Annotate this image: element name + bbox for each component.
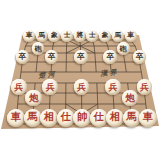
- piece-black-cannon: 砲: [32, 42, 45, 55]
- piece-red-soldier: 兵: [105, 79, 121, 95]
- piece-red-elephant: 相: [106, 109, 124, 127]
- piece-character: 炮: [29, 93, 38, 102]
- piece-character: 車: [26, 32, 33, 39]
- piece-character: 兵: [77, 83, 86, 92]
- piece-black-soldier: 卒: [133, 50, 147, 64]
- piece-black-elephant: 象: [99, 30, 111, 42]
- xiangqi-set-photo: 楚河 漢界 車馬象士將士象馬車砲砲卒卒卒卒卒兵兵兵兵兵炮炮車馬相仕帥仕相馬車: [0, 0, 160, 160]
- piece-character: 象: [102, 32, 109, 39]
- piece-character: 馬: [126, 112, 136, 122]
- piece-character: 車: [127, 32, 134, 39]
- piece-red-chariot: 車: [7, 109, 25, 127]
- piece-red-advisor: 仕: [57, 109, 75, 127]
- piece-red-horse: 馬: [123, 109, 141, 127]
- piece-character: 兵: [14, 83, 23, 92]
- piece-black-elephant: 象: [48, 30, 60, 42]
- piece-character: 砲: [120, 44, 127, 51]
- piece-character: 士: [89, 32, 96, 39]
- piece-character: 卒: [77, 53, 85, 61]
- piece-character: 炮: [125, 93, 134, 102]
- piece-character: 仕: [93, 112, 103, 122]
- piece-black-horse: 馬: [36, 30, 48, 42]
- river-label-right: 漢界: [100, 67, 120, 79]
- piece-character: 帥: [77, 112, 87, 122]
- piece-character: 象: [51, 32, 58, 39]
- piece-black-advisor: 士: [61, 30, 73, 42]
- piece-black-advisor: 士: [86, 30, 98, 42]
- piece-black-chariot: 車: [125, 30, 137, 42]
- piece-black-chariot: 車: [23, 30, 35, 42]
- piece-character: 相: [110, 112, 120, 122]
- piece-red-advisor: 仕: [90, 109, 108, 127]
- piece-black-soldier: 卒: [74, 50, 88, 64]
- piece-character: 車: [11, 112, 21, 122]
- piece-red-general: 帥: [73, 109, 91, 127]
- piece-red-elephant: 相: [40, 109, 58, 127]
- piece-black-general: 將: [74, 30, 86, 42]
- piece-character: 相: [44, 112, 54, 122]
- piece-character: 仕: [60, 112, 70, 122]
- piece-red-cannon: 炮: [25, 90, 42, 107]
- piece-character: 卒: [136, 53, 144, 61]
- piece-red-soldier: 兵: [11, 79, 27, 95]
- piece-character: 砲: [34, 44, 41, 51]
- piece-red-horse: 馬: [24, 109, 42, 127]
- piece-character: 卒: [48, 53, 56, 61]
- piece-red-chariot: 車: [139, 109, 157, 127]
- piece-character: 卒: [106, 53, 114, 61]
- piece-black-horse: 馬: [112, 30, 124, 42]
- piece-character: 兵: [109, 83, 118, 92]
- piece-black-cannon: 砲: [117, 42, 130, 55]
- piece-character: 馬: [38, 32, 45, 39]
- piece-character: 馬: [114, 32, 121, 39]
- piece-character: 將: [76, 32, 83, 39]
- piece-character: 卒: [19, 53, 27, 61]
- piece-character: 士: [64, 32, 71, 39]
- piece-character: 馬: [27, 112, 37, 122]
- piece-black-soldier: 卒: [103, 50, 117, 64]
- piece-character: 車: [143, 112, 153, 122]
- piece-character: 兵: [46, 83, 55, 92]
- piece-character: 兵: [140, 83, 149, 92]
- piece-black-soldier: 卒: [16, 50, 30, 64]
